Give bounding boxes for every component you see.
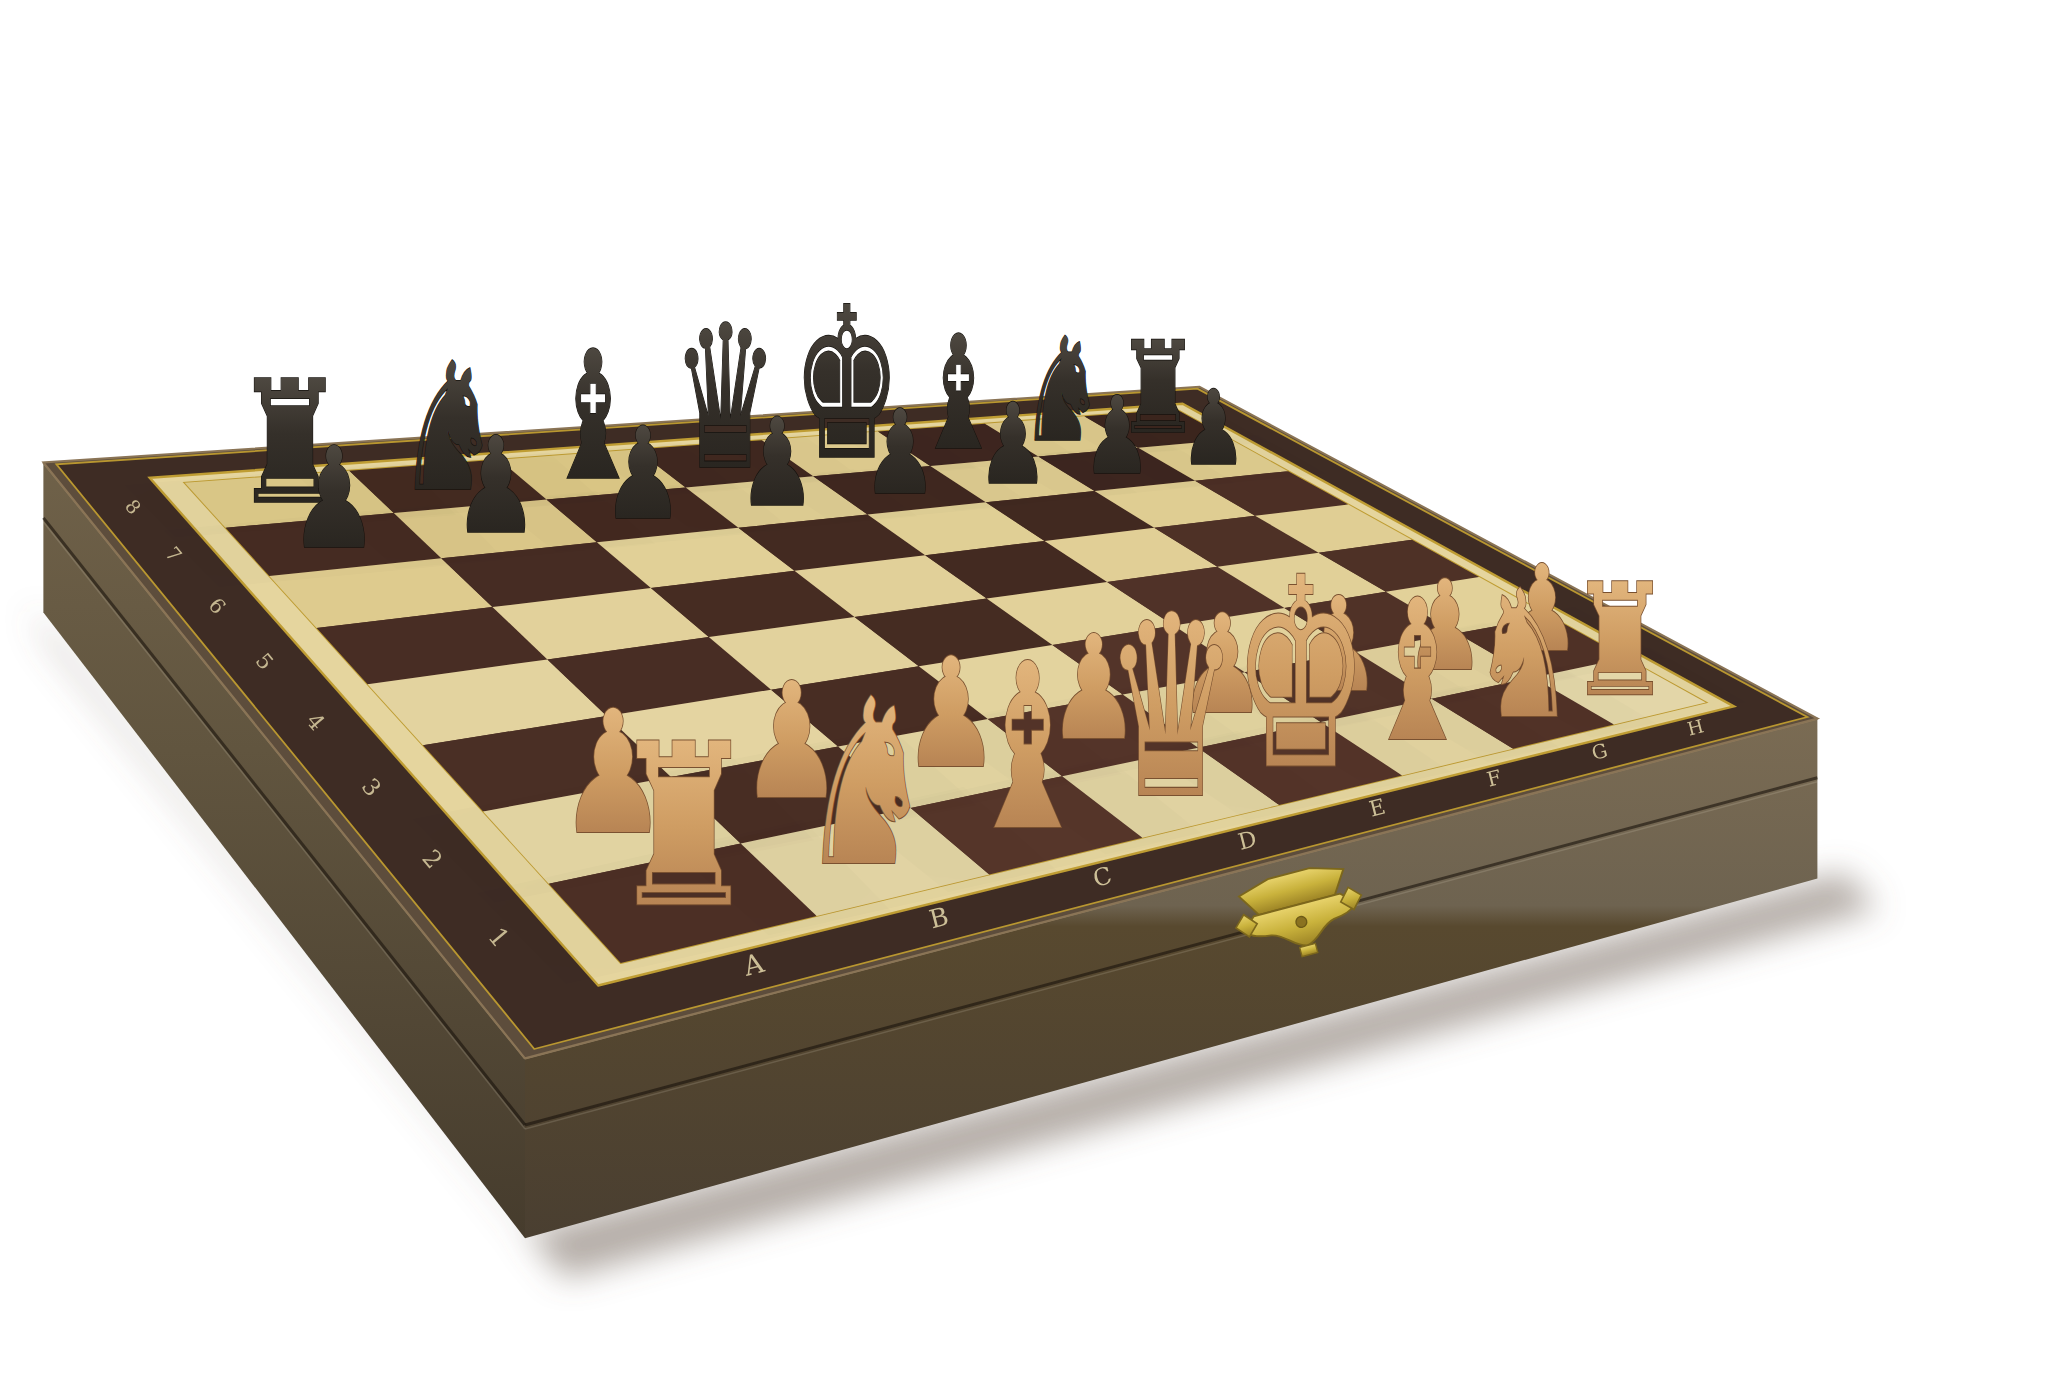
piece-black-pawn-g7[interactable]: ♟ xyxy=(1082,373,1151,498)
piece-white-bishop-c1[interactable]: ♝ xyxy=(964,614,1091,881)
piece-white-bishop-f1[interactable]: ♝ xyxy=(1363,558,1472,785)
piece-white-rook-h1[interactable]: ♜ xyxy=(1569,551,1671,731)
piece-black-pawn-b7[interactable]: ♟ xyxy=(453,408,539,563)
piece-black-pawn-c7[interactable]: ♟ xyxy=(602,400,684,548)
piece-white-rook-a1[interactable]: ♜ xyxy=(610,696,759,956)
piece-black-pawn-a7[interactable]: ♟ xyxy=(289,418,379,581)
piece-white-queen-d1[interactable]: ♛ xyxy=(1104,561,1239,854)
piece-black-pawn-f7[interactable]: ♟ xyxy=(977,379,1049,509)
piece-white-king-e1[interactable]: ♚ xyxy=(1233,522,1370,828)
chess-board: ABCDEFGH12345678♜♞♝♛♚♝♞♜♟♟♟♟♟♟♟♟♟♟♟♟♟♟♟♟… xyxy=(0,0,2048,1382)
chess-photo-stage: ABCDEFGH12345678♜♞♝♛♚♝♞♜♟♟♟♟♟♟♟♟♟♟♟♟♟♟♟♟… xyxy=(0,0,2048,1382)
piece-white-knight-b1[interactable]: ♞ xyxy=(798,651,934,918)
piece-white-knight-g1[interactable]: ♞ xyxy=(1471,553,1575,757)
piece-black-pawn-d7[interactable]: ♟ xyxy=(738,393,816,534)
piece-black-pawn-e7[interactable]: ♟ xyxy=(862,386,937,521)
piece-black-pawn-h7[interactable]: ♟ xyxy=(1180,367,1247,488)
